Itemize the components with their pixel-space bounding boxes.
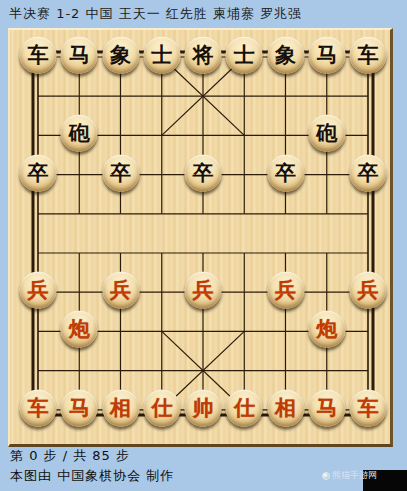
piece-glyph: 兵	[275, 280, 296, 301]
piece-glyph: 砲	[316, 123, 337, 144]
piece-black-soldier[interactable]: 卒	[20, 154, 57, 191]
piece-glyph: 卒	[193, 162, 214, 183]
piece-glyph: 砲	[69, 123, 90, 144]
board-grid	[10, 30, 390, 444]
move-counter: 第 0 步 / 共 85 步	[10, 447, 130, 465]
piece-black-horse[interactable]: 马	[61, 37, 98, 74]
piece-glyph: 车	[28, 45, 49, 66]
title-bar: 半决赛 1-2 中国 王天一 红先胜 柬埔寨 罗兆强	[0, 0, 407, 28]
piece-black-elephant[interactable]: 象	[102, 37, 139, 74]
piece-glyph: 炮	[69, 319, 90, 340]
piece-glyph: 卒	[110, 162, 131, 183]
xiangqi-board[interactable]: 车马象士将士象马车砲砲卒卒卒卒卒兵兵兵兵兵炮炮车马相仕帅仕相马车	[8, 28, 393, 447]
piece-glyph: 马	[316, 45, 337, 66]
piece-glyph: 兵	[193, 280, 214, 301]
piece-black-chariot[interactable]: 车	[20, 37, 57, 74]
piece-black-cannon[interactable]: 砲	[61, 115, 98, 152]
piece-glyph: 象	[110, 45, 131, 66]
piece-black-advisor[interactable]: 士	[143, 37, 180, 74]
piece-red-horse[interactable]: 马	[308, 389, 345, 426]
piece-glyph: 兵	[110, 280, 131, 301]
piece-red-chariot[interactable]: 车	[350, 389, 387, 426]
piece-black-soldier[interactable]: 卒	[267, 154, 304, 191]
piece-red-elephant[interactable]: 相	[102, 389, 139, 426]
piece-red-soldier[interactable]: 兵	[102, 272, 139, 309]
watermark-text: 熊猫手游网	[332, 469, 377, 482]
piece-glyph: 车	[28, 397, 49, 418]
piece-black-advisor[interactable]: 士	[226, 37, 263, 74]
piece-glyph: 仕	[234, 397, 255, 418]
piece-glyph: 将	[193, 45, 214, 66]
piece-black-soldier[interactable]: 卒	[350, 154, 387, 191]
credit-line: 本图由 中国象棋协会 制作	[10, 467, 174, 485]
piece-black-general[interactable]: 将	[185, 37, 222, 74]
piece-glyph: 仕	[151, 397, 172, 418]
piece-black-horse[interactable]: 马	[308, 37, 345, 74]
piece-glyph: 兵	[358, 280, 379, 301]
match-title: 半决赛 1-2 中国 王天一 红先胜 柬埔寨 罗兆强	[9, 5, 302, 23]
watermark-globe-icon	[322, 472, 330, 480]
piece-black-soldier[interactable]: 卒	[102, 154, 139, 191]
piece-red-cannon[interactable]: 炮	[61, 311, 98, 348]
piece-black-chariot[interactable]: 车	[350, 37, 387, 74]
piece-glyph: 士	[151, 45, 172, 66]
piece-glyph: 马	[69, 397, 90, 418]
piece-black-elephant[interactable]: 象	[267, 37, 304, 74]
piece-red-general[interactable]: 帅	[185, 389, 222, 426]
piece-red-cannon[interactable]: 炮	[308, 311, 345, 348]
piece-red-soldier[interactable]: 兵	[20, 272, 57, 309]
piece-red-horse[interactable]: 马	[61, 389, 98, 426]
piece-black-soldier[interactable]: 卒	[185, 154, 222, 191]
piece-red-soldier[interactable]: 兵	[185, 272, 222, 309]
piece-red-chariot[interactable]: 车	[20, 389, 57, 426]
piece-glyph: 相	[110, 397, 131, 418]
piece-red-elephant[interactable]: 相	[267, 389, 304, 426]
piece-glyph: 士	[234, 45, 255, 66]
piece-glyph: 象	[275, 45, 296, 66]
piece-glyph: 车	[358, 45, 379, 66]
piece-red-advisor[interactable]: 仕	[143, 389, 180, 426]
piece-glyph: 马	[316, 397, 337, 418]
piece-red-advisor[interactable]: 仕	[226, 389, 263, 426]
piece-glyph: 卒	[358, 162, 379, 183]
watermark: 熊猫手游网	[322, 470, 377, 481]
piece-red-soldier[interactable]: 兵	[350, 272, 387, 309]
piece-glyph: 相	[275, 397, 296, 418]
piece-glyph: 车	[358, 397, 379, 418]
piece-red-soldier[interactable]: 兵	[267, 272, 304, 309]
piece-glyph: 马	[69, 45, 90, 66]
piece-glyph: 炮	[316, 319, 337, 340]
piece-glyph: 帅	[193, 397, 214, 418]
piece-glyph: 卒	[28, 162, 49, 183]
piece-black-cannon[interactable]: 砲	[308, 115, 345, 152]
piece-glyph: 兵	[28, 280, 49, 301]
xiangqi-viewer: 半决赛 1-2 中国 王天一 红先胜 柬埔寨 罗兆强	[0, 0, 407, 491]
piece-glyph: 卒	[275, 162, 296, 183]
